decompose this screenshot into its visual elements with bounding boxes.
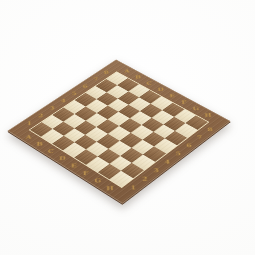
- playing-field: [29, 71, 210, 188]
- squares-grid: [30, 72, 208, 187]
- board-frame: ABCDEFGH ABCDEFGH 87654321 87654321: [7, 59, 230, 203]
- product-photo-background: ABCDEFGH ABCDEFGH 87654321 87654321: [0, 0, 255, 255]
- chess-board: ABCDEFGH ABCDEFGH 87654321 87654321: [7, 59, 230, 203]
